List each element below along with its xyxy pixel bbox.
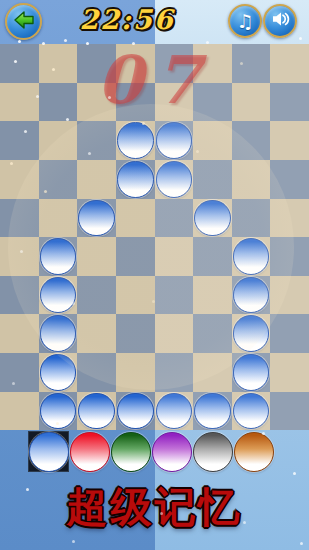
board-cell[interactable] (270, 199, 309, 238)
board-cell[interactable] (39, 44, 78, 83)
palette-slot-red[interactable] (69, 431, 110, 472)
board-cell[interactable] (193, 237, 232, 276)
blue-ball-piece[interactable] (117, 393, 154, 430)
board-cell[interactable] (0, 276, 39, 315)
board-cell[interactable] (232, 237, 271, 276)
board-cell[interactable] (116, 121, 155, 160)
blue-ball-piece[interactable] (40, 393, 77, 430)
board-cell[interactable] (77, 237, 116, 276)
blue-ball-piece[interactable] (40, 315, 77, 352)
board-cell[interactable] (155, 83, 194, 122)
board-cell[interactable] (193, 353, 232, 392)
blue-ball-piece[interactable] (78, 393, 115, 430)
board-cell[interactable] (155, 121, 194, 160)
top-bar: 22:56 ♫ (0, 0, 309, 44)
board-cell[interactable] (193, 276, 232, 315)
board-cell[interactable] (0, 83, 39, 122)
purple-ball-icon (152, 432, 192, 472)
board-cell[interactable] (155, 199, 194, 238)
board-cell[interactable] (116, 353, 155, 392)
board-cell[interactable] (232, 83, 271, 122)
board-cell[interactable] (0, 353, 39, 392)
board-cell[interactable] (39, 314, 78, 353)
music-note-icon: ♫ (236, 12, 253, 31)
board-cell[interactable] (116, 83, 155, 122)
blue-ball-piece[interactable] (40, 238, 77, 275)
board-cell[interactable] (0, 392, 39, 431)
board-cell[interactable] (39, 160, 78, 199)
board-cell[interactable] (155, 44, 194, 83)
green-ball-icon (111, 432, 151, 472)
board-cell[interactable] (39, 83, 78, 122)
board-cell[interactable] (270, 121, 309, 160)
board-cell[interactable] (155, 276, 194, 315)
board-cell[interactable] (270, 44, 309, 83)
board-cell[interactable] (116, 237, 155, 276)
blue-ball-piece[interactable] (40, 277, 77, 314)
board-cell[interactable] (77, 83, 116, 122)
palette-slot-blue-white[interactable] (28, 431, 69, 472)
board-cell[interactable] (116, 276, 155, 315)
gray-ball-icon (193, 432, 233, 472)
board-cell[interactable] (193, 160, 232, 199)
board-cell[interactable] (116, 44, 155, 83)
board-cell[interactable] (270, 392, 309, 431)
palette (28, 431, 274, 472)
blue-ball-piece[interactable] (156, 161, 193, 198)
blue-ball-piece[interactable] (233, 315, 270, 352)
board-cell[interactable] (77, 392, 116, 431)
board (0, 44, 309, 430)
palette-slot-purple[interactable] (151, 431, 192, 472)
red-ball-icon (70, 432, 110, 472)
palette-slot-green[interactable] (110, 431, 151, 472)
board-cell[interactable] (270, 237, 309, 276)
board-cell[interactable] (0, 160, 39, 199)
board-cell[interactable] (77, 44, 116, 83)
board-cell[interactable] (155, 237, 194, 276)
orange-ball-icon (234, 432, 274, 472)
board-cell[interactable] (270, 314, 309, 353)
board-cell[interactable] (270, 160, 309, 199)
blue-ball-piece[interactable] (194, 200, 231, 237)
board-cell[interactable] (232, 353, 271, 392)
board-cell[interactable] (39, 121, 78, 160)
board-cell[interactable] (77, 121, 116, 160)
board-cell[interactable] (232, 44, 271, 83)
board-cell[interactable] (193, 44, 232, 83)
blue-ball-piece[interactable] (233, 238, 270, 275)
board-cell[interactable] (0, 44, 39, 83)
board-cell[interactable] (232, 276, 271, 315)
palette-slot-gray[interactable] (192, 431, 233, 472)
blue-ball-piece[interactable] (78, 200, 115, 237)
board-cell[interactable] (0, 237, 39, 276)
board-cell[interactable] (77, 160, 116, 199)
blue-ball-piece[interactable] (117, 122, 154, 159)
palette-slot-orange[interactable] (233, 431, 274, 472)
board-cell[interactable] (116, 314, 155, 353)
board-cell[interactable] (270, 353, 309, 392)
blue-ball-piece[interactable] (233, 393, 270, 430)
blue-ball-piece[interactable] (194, 393, 231, 430)
music-button[interactable]: ♫ (228, 4, 262, 38)
board-cell[interactable] (116, 392, 155, 431)
board-cell[interactable] (39, 276, 78, 315)
board-cell[interactable] (193, 314, 232, 353)
game-title: 超级记忆 (0, 480, 309, 535)
game-screen: 22:56 ♫ 07 超级记忆 (0, 0, 309, 550)
board-cell[interactable] (155, 392, 194, 431)
blue-ball-piece[interactable] (233, 354, 270, 391)
blue-ball-piece[interactable] (156, 122, 193, 159)
board-cell[interactable] (77, 276, 116, 315)
board-cell[interactable] (193, 121, 232, 160)
blue-ball-piece[interactable] (117, 161, 154, 198)
board-cell[interactable] (116, 199, 155, 238)
board-cell[interactable] (116, 160, 155, 199)
board-cell[interactable] (232, 121, 271, 160)
back-button[interactable] (5, 3, 42, 40)
board-cell[interactable] (77, 314, 116, 353)
board-cell[interactable] (232, 392, 271, 431)
board-cell[interactable] (155, 160, 194, 199)
board-cell[interactable] (0, 314, 39, 353)
blue-white-ball-icon (29, 432, 69, 472)
board-cell[interactable] (232, 160, 271, 199)
back-arrow-icon (12, 8, 36, 36)
speaker-icon (270, 9, 290, 33)
board-cell[interactable] (232, 199, 271, 238)
board-cell[interactable] (193, 199, 232, 238)
board-cell[interactable] (232, 314, 271, 353)
board-cell[interactable] (0, 199, 39, 238)
sound-button[interactable] (263, 4, 297, 38)
board-cell[interactable] (39, 199, 78, 238)
board-cell[interactable] (193, 83, 232, 122)
board-cell[interactable] (270, 276, 309, 315)
board-cell[interactable] (77, 353, 116, 392)
board-cell[interactable] (39, 353, 78, 392)
board-cell[interactable] (155, 314, 194, 353)
board-cell[interactable] (77, 199, 116, 238)
board-cell[interactable] (270, 83, 309, 122)
blue-ball-piece[interactable] (40, 354, 77, 391)
board-cell[interactable] (193, 392, 232, 431)
blue-ball-piece[interactable] (156, 393, 193, 430)
timer: 22:56 (62, 4, 192, 35)
board-cell[interactable] (39, 392, 78, 431)
board-cell[interactable] (155, 353, 194, 392)
blue-ball-piece[interactable] (233, 277, 270, 314)
board-cell[interactable] (0, 121, 39, 160)
board-cell[interactable] (39, 237, 78, 276)
